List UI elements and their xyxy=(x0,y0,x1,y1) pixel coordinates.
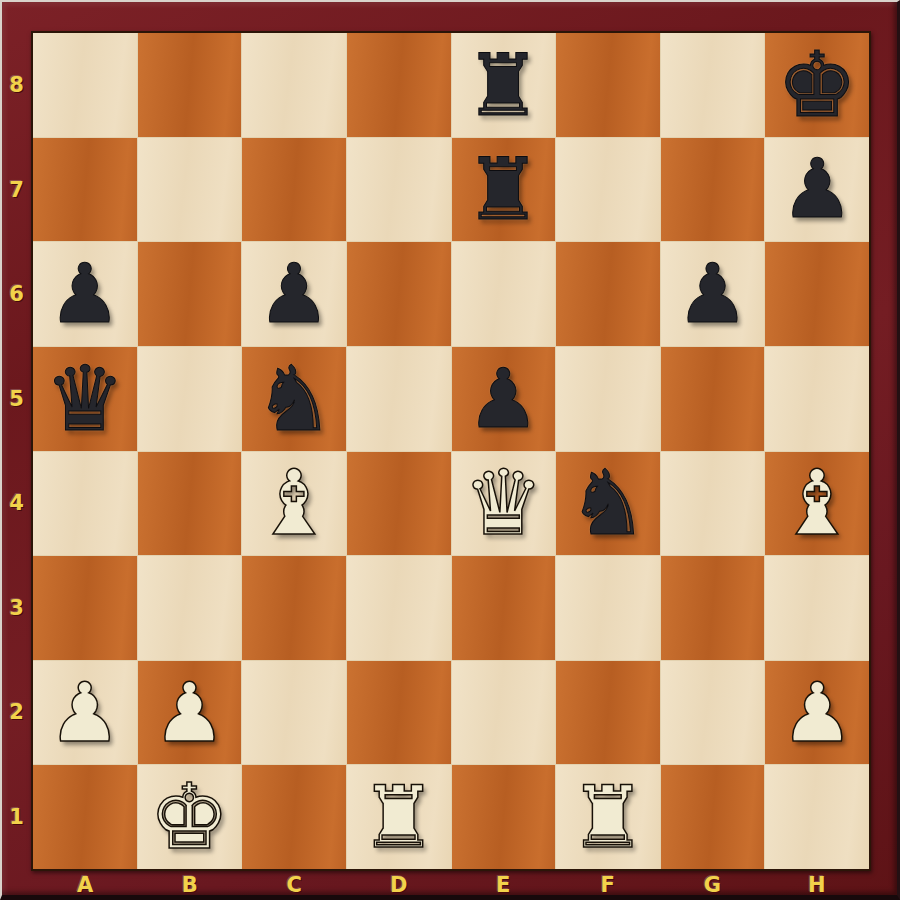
square-c5[interactable]: ♞ xyxy=(242,347,346,451)
square-g2[interactable] xyxy=(661,661,765,765)
black-pawn[interactable]: ♟ xyxy=(467,358,541,440)
square-e5[interactable]: ♟ xyxy=(452,347,556,451)
square-b3[interactable] xyxy=(138,556,242,660)
square-a4[interactable] xyxy=(33,452,137,556)
white-pawn[interactable]: ♟ xyxy=(48,672,122,754)
square-g4[interactable] xyxy=(661,452,765,556)
rank-label-4: 4 xyxy=(2,451,31,556)
square-b8[interactable] xyxy=(138,33,242,137)
square-f8[interactable] xyxy=(556,33,660,137)
file-label-c: C xyxy=(242,871,347,898)
file-label-e: E xyxy=(451,871,556,898)
square-e6[interactable] xyxy=(452,242,556,346)
square-g5[interactable] xyxy=(661,347,765,451)
square-c4[interactable]: ♝ xyxy=(242,452,346,556)
square-b5[interactable] xyxy=(138,347,242,451)
file-label-h: H xyxy=(765,871,870,898)
square-c6[interactable]: ♟ xyxy=(242,242,346,346)
square-f7[interactable] xyxy=(556,138,660,242)
square-g3[interactable] xyxy=(661,556,765,660)
file-label-b: B xyxy=(138,871,243,898)
square-c8[interactable] xyxy=(242,33,346,137)
square-g7[interactable] xyxy=(661,138,765,242)
square-a8[interactable] xyxy=(33,33,137,137)
square-h2[interactable]: ♟ xyxy=(765,661,869,765)
square-f4[interactable]: ♞ xyxy=(556,452,660,556)
black-pawn[interactable]: ♟ xyxy=(48,253,122,335)
square-h1[interactable] xyxy=(765,765,869,869)
white-queen[interactable]: ♛ xyxy=(463,458,544,548)
square-b7[interactable] xyxy=(138,138,242,242)
black-king[interactable]: ♚ xyxy=(777,40,858,130)
rank-label-5: 5 xyxy=(2,347,31,452)
rank-label-7: 7 xyxy=(2,138,31,243)
square-e7[interactable]: ♜ xyxy=(452,138,556,242)
black-rook[interactable]: ♜ xyxy=(465,146,542,232)
file-labels: ABCDEFGH xyxy=(33,871,869,898)
rank-labels: 87654321 xyxy=(2,33,31,869)
square-e3[interactable] xyxy=(452,556,556,660)
square-f5[interactable] xyxy=(556,347,660,451)
square-a6[interactable]: ♟ xyxy=(33,242,137,346)
square-e4[interactable]: ♛ xyxy=(452,452,556,556)
square-d2[interactable] xyxy=(347,661,451,765)
square-f3[interactable] xyxy=(556,556,660,660)
rank-label-8: 8 xyxy=(2,33,31,138)
white-pawn[interactable]: ♟ xyxy=(780,672,854,754)
square-a5[interactable]: ♛ xyxy=(33,347,137,451)
square-f6[interactable] xyxy=(556,242,660,346)
square-h3[interactable] xyxy=(765,556,869,660)
black-pawn[interactable]: ♟ xyxy=(257,253,331,335)
square-e1[interactable] xyxy=(452,765,556,869)
square-g6[interactable]: ♟ xyxy=(661,242,765,346)
square-e8[interactable]: ♜ xyxy=(452,33,556,137)
chess-board: ♜♚♜♟♟♟♟♛♞♟♝♛♞♝♟♟♟♚♜♜ xyxy=(31,31,871,871)
square-h8[interactable]: ♚ xyxy=(765,33,869,137)
square-a2[interactable]: ♟ xyxy=(33,661,137,765)
white-bishop[interactable]: ♝ xyxy=(254,458,335,548)
square-b1[interactable]: ♚ xyxy=(138,765,242,869)
square-a3[interactable] xyxy=(33,556,137,660)
black-rook[interactable]: ♜ xyxy=(465,42,542,128)
square-b6[interactable] xyxy=(138,242,242,346)
square-f1[interactable]: ♜ xyxy=(556,765,660,869)
square-b4[interactable] xyxy=(138,452,242,556)
square-c3[interactable] xyxy=(242,556,346,660)
white-rook[interactable]: ♜ xyxy=(360,774,437,860)
square-f2[interactable] xyxy=(556,661,660,765)
black-pawn[interactable]: ♟ xyxy=(676,253,750,335)
square-d6[interactable] xyxy=(347,242,451,346)
black-pawn[interactable]: ♟ xyxy=(780,148,854,230)
square-c1[interactable] xyxy=(242,765,346,869)
rank-label-2: 2 xyxy=(2,660,31,765)
rank-label-3: 3 xyxy=(2,556,31,661)
white-rook[interactable]: ♜ xyxy=(569,774,646,860)
square-a7[interactable] xyxy=(33,138,137,242)
square-h7[interactable]: ♟ xyxy=(765,138,869,242)
square-a1[interactable] xyxy=(33,765,137,869)
square-b2[interactable]: ♟ xyxy=(138,661,242,765)
chess-board-frame: ♜♚♜♟♟♟♟♛♞♟♝♛♞♝♟♟♟♚♜♜ 87654321 ABCDEFGH xyxy=(0,0,900,900)
black-queen[interactable]: ♛ xyxy=(44,354,125,444)
square-d4[interactable] xyxy=(347,452,451,556)
rank-label-1: 1 xyxy=(2,765,31,870)
square-h5[interactable] xyxy=(765,347,869,451)
file-label-f: F xyxy=(556,871,661,898)
white-king[interactable]: ♚ xyxy=(149,772,230,862)
black-knight[interactable]: ♞ xyxy=(568,458,649,548)
square-e2[interactable] xyxy=(452,661,556,765)
file-label-d: D xyxy=(347,871,452,898)
square-d5[interactable] xyxy=(347,347,451,451)
black-knight[interactable]: ♞ xyxy=(254,354,335,444)
file-label-g: G xyxy=(660,871,765,898)
square-d1[interactable]: ♜ xyxy=(347,765,451,869)
square-d8[interactable] xyxy=(347,33,451,137)
file-label-a: A xyxy=(33,871,138,898)
square-g1[interactable] xyxy=(661,765,765,869)
square-c2[interactable] xyxy=(242,661,346,765)
square-h4[interactable]: ♝ xyxy=(765,452,869,556)
square-g8[interactable] xyxy=(661,33,765,137)
square-d3[interactable] xyxy=(347,556,451,660)
white-pawn[interactable]: ♟ xyxy=(153,672,227,754)
rank-label-6: 6 xyxy=(2,242,31,347)
square-h6[interactable] xyxy=(765,242,869,346)
square-d7[interactable] xyxy=(347,138,451,242)
square-c7[interactable] xyxy=(242,138,346,242)
white-bishop[interactable]: ♝ xyxy=(777,458,858,548)
